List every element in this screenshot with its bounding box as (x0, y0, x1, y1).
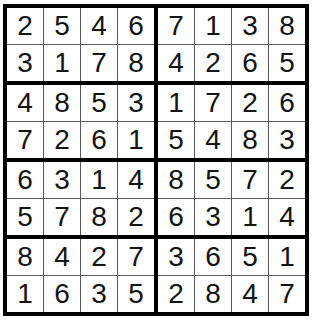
cell-r4c5[interactable]: 5 (158, 122, 194, 158)
cell-r7c8[interactable]: 1 (269, 239, 305, 275)
cell-r8c4[interactable]: 5 (118, 276, 154, 312)
box-r0c0: 25463178 (7, 8, 154, 81)
cell-r2c3[interactable]: 7 (81, 45, 117, 81)
cell-r4c8[interactable]: 3 (269, 122, 305, 158)
cell-r2c8[interactable]: 5 (269, 45, 305, 81)
cell-r7c7[interactable]: 5 (232, 239, 268, 275)
page: 2546317871384265485372611726548363145782… (0, 0, 312, 320)
cell-r8c6[interactable]: 8 (195, 276, 231, 312)
cell-r2c1[interactable]: 3 (7, 45, 43, 81)
cell-r7c5[interactable]: 3 (158, 239, 194, 275)
cell-r2c2[interactable]: 1 (44, 45, 80, 81)
cell-r5c7[interactable]: 7 (232, 162, 268, 198)
cell-r2c5[interactable]: 4 (158, 45, 194, 81)
box-r3c0: 84271635 (7, 239, 154, 312)
box-r3c1: 36512847 (158, 239, 305, 312)
cell-r1c8[interactable]: 8 (269, 8, 305, 44)
cell-r8c2[interactable]: 6 (44, 276, 80, 312)
cell-r1c5[interactable]: 7 (158, 8, 194, 44)
cell-r6c8[interactable]: 4 (269, 199, 305, 235)
cell-r5c4[interactable]: 4 (118, 162, 154, 198)
cell-r3c8[interactable]: 6 (269, 85, 305, 121)
cell-r6c6[interactable]: 3 (195, 199, 231, 235)
cell-r5c2[interactable]: 3 (44, 162, 80, 198)
box-r2c0: 63145782 (7, 162, 154, 235)
cell-r5c8[interactable]: 2 (269, 162, 305, 198)
cell-r3c2[interactable]: 8 (44, 85, 80, 121)
cell-r8c1[interactable]: 1 (7, 276, 43, 312)
cell-r1c7[interactable]: 3 (232, 8, 268, 44)
cell-r4c6[interactable]: 4 (195, 122, 231, 158)
cell-r4c1[interactable]: 7 (7, 122, 43, 158)
cell-r2c4[interactable]: 8 (118, 45, 154, 81)
box-r1c0: 48537261 (7, 85, 154, 158)
cell-r7c4[interactable]: 7 (118, 239, 154, 275)
cell-r7c6[interactable]: 6 (195, 239, 231, 275)
cell-r6c1[interactable]: 5 (7, 199, 43, 235)
box-r1c1: 17265483 (158, 85, 305, 158)
box-r0c1: 71384265 (158, 8, 305, 81)
cell-r3c1[interactable]: 4 (7, 85, 43, 121)
cell-r1c4[interactable]: 6 (118, 8, 154, 44)
cell-r8c8[interactable]: 7 (269, 276, 305, 312)
cell-r1c3[interactable]: 4 (81, 8, 117, 44)
cell-r6c4[interactable]: 2 (118, 199, 154, 235)
cell-r3c3[interactable]: 5 (81, 85, 117, 121)
cell-r5c5[interactable]: 8 (158, 162, 194, 198)
cell-r4c2[interactable]: 2 (44, 122, 80, 158)
cell-r8c5[interactable]: 2 (158, 276, 194, 312)
cell-r7c3[interactable]: 2 (81, 239, 117, 275)
box-r2c1: 85726314 (158, 162, 305, 235)
cell-r7c1[interactable]: 8 (7, 239, 43, 275)
cell-r4c4[interactable]: 1 (118, 122, 154, 158)
cell-r4c3[interactable]: 6 (81, 122, 117, 158)
cell-r7c2[interactable]: 4 (44, 239, 80, 275)
cell-r6c5[interactable]: 6 (158, 199, 194, 235)
cell-r3c5[interactable]: 1 (158, 85, 194, 121)
cell-r3c4[interactable]: 3 (118, 85, 154, 121)
cell-r4c7[interactable]: 8 (232, 122, 268, 158)
cell-r2c6[interactable]: 2 (195, 45, 231, 81)
cell-r1c1[interactable]: 2 (7, 8, 43, 44)
cell-r2c7[interactable]: 6 (232, 45, 268, 81)
cell-r5c1[interactable]: 6 (7, 162, 43, 198)
cell-r8c7[interactable]: 4 (232, 276, 268, 312)
cell-r1c2[interactable]: 5 (44, 8, 80, 44)
cell-r6c7[interactable]: 1 (232, 199, 268, 235)
cell-r6c3[interactable]: 8 (81, 199, 117, 235)
sudoku-board: 2546317871384265485372611726548363145782… (3, 4, 309, 316)
cell-r1c6[interactable]: 1 (195, 8, 231, 44)
cell-r3c7[interactable]: 2 (232, 85, 268, 121)
cell-r3c6[interactable]: 7 (195, 85, 231, 121)
cell-r5c6[interactable]: 5 (195, 162, 231, 198)
cell-r6c2[interactable]: 7 (44, 199, 80, 235)
cell-r8c3[interactable]: 3 (81, 276, 117, 312)
cell-r5c3[interactable]: 1 (81, 162, 117, 198)
